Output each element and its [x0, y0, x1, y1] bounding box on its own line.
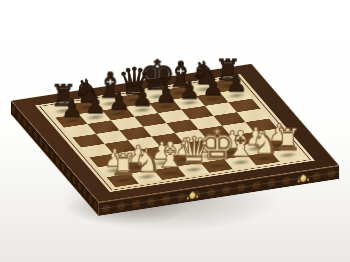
scene-background: ♜♞♝♛♚♝♞♜♟♟♟♟♟♟♟♟♟♟♟♟♟♟♟♟♜♞♝♛♚♝♞♜ [0, 0, 350, 262]
brass-clasp-icon [296, 172, 311, 184]
brass-clasp-icon [185, 189, 200, 201]
piece-white-rook-a1[interactable]: ♜ [93, 150, 153, 180]
